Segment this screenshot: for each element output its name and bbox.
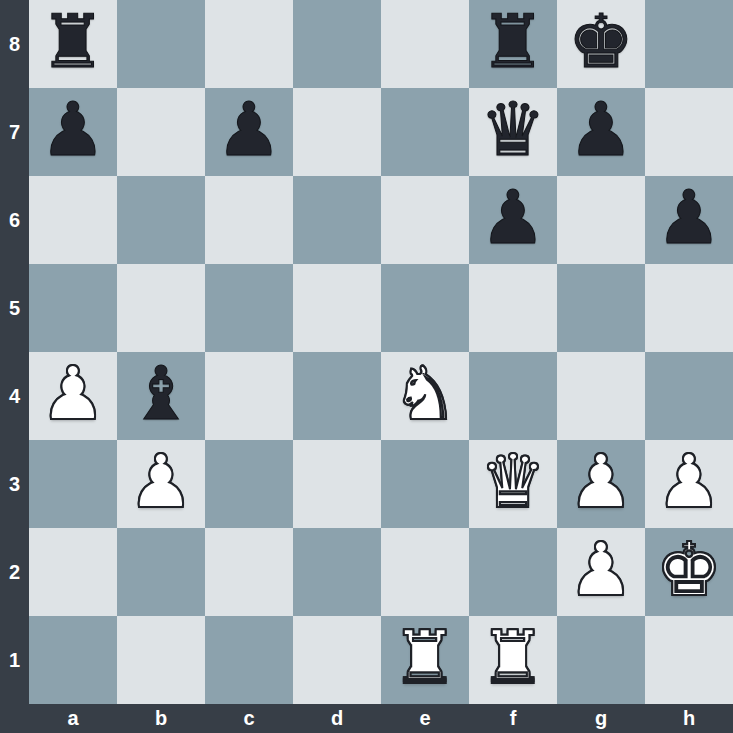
square-f5[interactable] (469, 264, 557, 352)
file-label-f: f (469, 704, 557, 733)
square-e7[interactable] (381, 88, 469, 176)
file-label-h: h (645, 704, 733, 733)
piece-white-knight[interactable]: ♞ (392, 356, 458, 430)
square-d5[interactable] (293, 264, 381, 352)
piece-white-pawn[interactable]: ♟ (568, 532, 634, 606)
square-f1[interactable]: ♜ (469, 616, 557, 704)
square-a3[interactable] (29, 440, 117, 528)
square-h7[interactable] (645, 88, 733, 176)
piece-white-rook[interactable]: ♜ (392, 620, 458, 694)
rank-label-3: 3 (0, 440, 29, 528)
square-h8[interactable] (645, 0, 733, 88)
square-c8[interactable] (205, 0, 293, 88)
square-h1[interactable] (645, 616, 733, 704)
square-f8[interactable]: ♜ (469, 0, 557, 88)
file-label-g: g (557, 704, 645, 733)
square-c7[interactable]: ♟ (205, 88, 293, 176)
square-e5[interactable] (381, 264, 469, 352)
square-d7[interactable] (293, 88, 381, 176)
square-a8[interactable]: ♜ (29, 0, 117, 88)
piece-black-rook[interactable]: ♜ (40, 4, 106, 78)
rank-label-7: 7 (0, 88, 29, 176)
piece-black-pawn[interactable]: ♟ (40, 92, 106, 166)
piece-black-queen[interactable]: ♛ (480, 92, 546, 166)
square-f7[interactable]: ♛ (469, 88, 557, 176)
square-g3[interactable]: ♟ (557, 440, 645, 528)
rank-label-8: 8 (0, 0, 29, 88)
square-f3[interactable]: ♛ (469, 440, 557, 528)
square-d3[interactable] (293, 440, 381, 528)
square-e3[interactable] (381, 440, 469, 528)
square-e4[interactable]: ♞ (381, 352, 469, 440)
square-b7[interactable] (117, 88, 205, 176)
square-e8[interactable] (381, 0, 469, 88)
square-h6[interactable]: ♟ (645, 176, 733, 264)
square-g5[interactable] (557, 264, 645, 352)
square-b3[interactable]: ♟ (117, 440, 205, 528)
square-f4[interactable] (469, 352, 557, 440)
square-h4[interactable] (645, 352, 733, 440)
rank-label-6: 6 (0, 176, 29, 264)
rank-label-2: 2 (0, 528, 29, 616)
piece-black-pawn[interactable]: ♟ (568, 92, 634, 166)
square-c2[interactable] (205, 528, 293, 616)
square-b6[interactable] (117, 176, 205, 264)
piece-white-king[interactable]: ♚ (656, 532, 722, 606)
square-g4[interactable] (557, 352, 645, 440)
piece-black-pawn[interactable]: ♟ (656, 180, 722, 254)
square-e2[interactable] (381, 528, 469, 616)
square-c3[interactable] (205, 440, 293, 528)
square-g6[interactable] (557, 176, 645, 264)
square-c4[interactable] (205, 352, 293, 440)
square-a7[interactable]: ♟ (29, 88, 117, 176)
square-a6[interactable] (29, 176, 117, 264)
square-g7[interactable]: ♟ (557, 88, 645, 176)
square-c6[interactable] (205, 176, 293, 264)
square-a5[interactable] (29, 264, 117, 352)
square-c5[interactable] (205, 264, 293, 352)
board-frame-corner (0, 704, 29, 733)
piece-black-king[interactable]: ♚ (568, 4, 634, 78)
square-d2[interactable] (293, 528, 381, 616)
piece-white-pawn[interactable]: ♟ (656, 444, 722, 518)
square-h3[interactable]: ♟ (645, 440, 733, 528)
piece-black-bishop[interactable]: ♝ (128, 356, 194, 430)
square-h5[interactable] (645, 264, 733, 352)
piece-white-rook[interactable]: ♜ (480, 620, 546, 694)
piece-black-rook[interactable]: ♜ (480, 4, 546, 78)
square-f6[interactable]: ♟ (469, 176, 557, 264)
square-d1[interactable] (293, 616, 381, 704)
square-a4[interactable]: ♟ (29, 352, 117, 440)
rank-label-4: 4 (0, 352, 29, 440)
square-a2[interactable] (29, 528, 117, 616)
square-h2[interactable]: ♚ (645, 528, 733, 616)
square-d6[interactable] (293, 176, 381, 264)
piece-white-pawn[interactable]: ♟ (568, 444, 634, 518)
square-e6[interactable] (381, 176, 469, 264)
square-g1[interactable] (557, 616, 645, 704)
square-f2[interactable] (469, 528, 557, 616)
square-c1[interactable] (205, 616, 293, 704)
square-b5[interactable] (117, 264, 205, 352)
file-label-c: c (205, 704, 293, 733)
square-b1[interactable] (117, 616, 205, 704)
square-d8[interactable] (293, 0, 381, 88)
rank-label-5: 5 (0, 264, 29, 352)
piece-white-pawn[interactable]: ♟ (128, 444, 194, 518)
square-e1[interactable]: ♜ (381, 616, 469, 704)
square-g8[interactable]: ♚ (557, 0, 645, 88)
square-d4[interactable] (293, 352, 381, 440)
piece-white-pawn[interactable]: ♟ (40, 356, 106, 430)
square-b4[interactable]: ♝ (117, 352, 205, 440)
piece-white-queen[interactable]: ♛ (480, 444, 546, 518)
square-g2[interactable]: ♟ (557, 528, 645, 616)
chess-board: 8♜♜♚7♟♟♛♟6♟♟54♟♝♞3♟♛♟♟2♟♚1♜♜abcdefgh (0, 0, 733, 733)
rank-label-1: 1 (0, 616, 29, 704)
square-b2[interactable] (117, 528, 205, 616)
file-label-b: b (117, 704, 205, 733)
square-a1[interactable] (29, 616, 117, 704)
file-label-a: a (29, 704, 117, 733)
file-label-d: d (293, 704, 381, 733)
file-label-e: e (381, 704, 469, 733)
square-b8[interactable] (117, 0, 205, 88)
piece-black-pawn[interactable]: ♟ (480, 180, 546, 254)
piece-black-pawn[interactable]: ♟ (216, 92, 282, 166)
